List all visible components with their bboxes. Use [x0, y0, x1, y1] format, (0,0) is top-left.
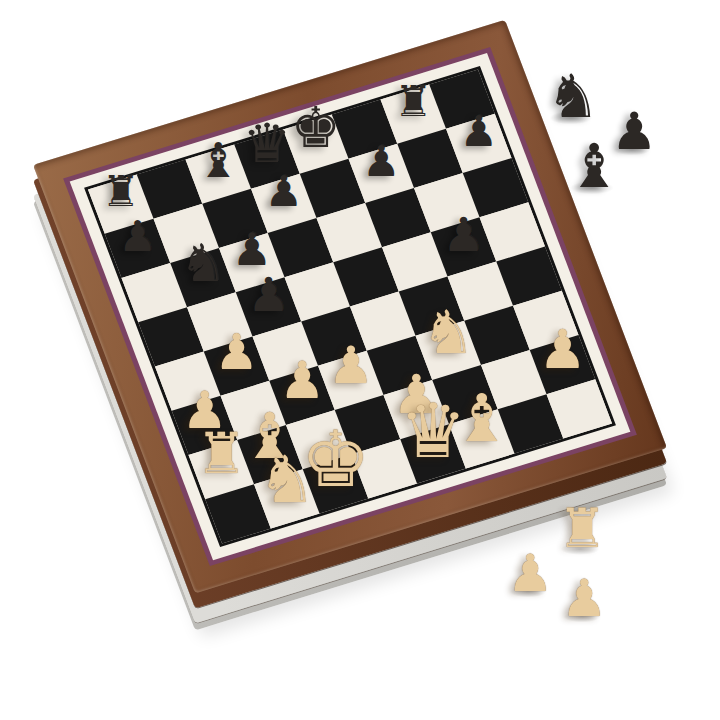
piece-white-knight-f3[interactable]: ♞: [421, 303, 475, 363]
piece-black-pawn-a7[interactable]: ♟: [118, 216, 156, 259]
piece-white-knight-b1[interactable]: ♞: [258, 447, 316, 512]
piece-black-pawn-g5[interactable]: ♟: [442, 210, 484, 257]
piece-black-king-e8[interactable]: ♚: [291, 100, 341, 156]
piece-black-rook-a8[interactable]: ♜: [102, 172, 140, 214]
piece-white-pawn-h2[interactable]: ♟: [538, 322, 586, 376]
chess-set-scene: ♜♝♛♚♜♟♟♟♟♞♟♟♟♟♟♟♟♞♜♝♟♟♞♚♛♝♞♟♝♜♟♟: [0, 0, 720, 720]
piece-white-rook-a2[interactable]: ♜: [196, 425, 247, 482]
piece-black-pawn-f7[interactable]: ♟: [362, 141, 400, 184]
piece-black-bishop-offboard-2[interactable]: ♝: [567, 136, 621, 197]
piece-black-pawn-d7[interactable]: ♟: [265, 171, 303, 214]
piece-black-queen-d8[interactable]: ♛: [243, 117, 291, 171]
piece-white-pawn-offboard-5[interactable]: ♟: [561, 573, 607, 625]
piece-black-knight-b6[interactable]: ♞: [180, 237, 227, 289]
pieces-layer: ♜♝♛♚♜♟♟♟♟♞♟♟♟♟♟♟♟♞♜♝♟♟♞♚♛♝♞♟♝♜♟♟: [0, 0, 720, 720]
piece-black-rook-g8[interactable]: ♜: [394, 82, 432, 124]
piece-black-bishop-c8[interactable]: ♝: [197, 137, 240, 185]
piece-black-pawn-h7[interactable]: ♟: [460, 111, 498, 154]
piece-white-pawn-offboard-4[interactable]: ♟: [507, 548, 553, 600]
piece-white-pawn-d3[interactable]: ♟: [328, 340, 374, 392]
piece-white-rook-offboard-3[interactable]: ♜: [558, 502, 607, 556]
piece-white-pawn-b4[interactable]: ♟: [214, 328, 258, 377]
piece-white-queen-e1[interactable]: ♛: [399, 393, 466, 468]
piece-black-pawn-c5[interactable]: ♟: [247, 270, 289, 317]
piece-black-knight-offboard-0[interactable]: ♞: [546, 67, 600, 127]
